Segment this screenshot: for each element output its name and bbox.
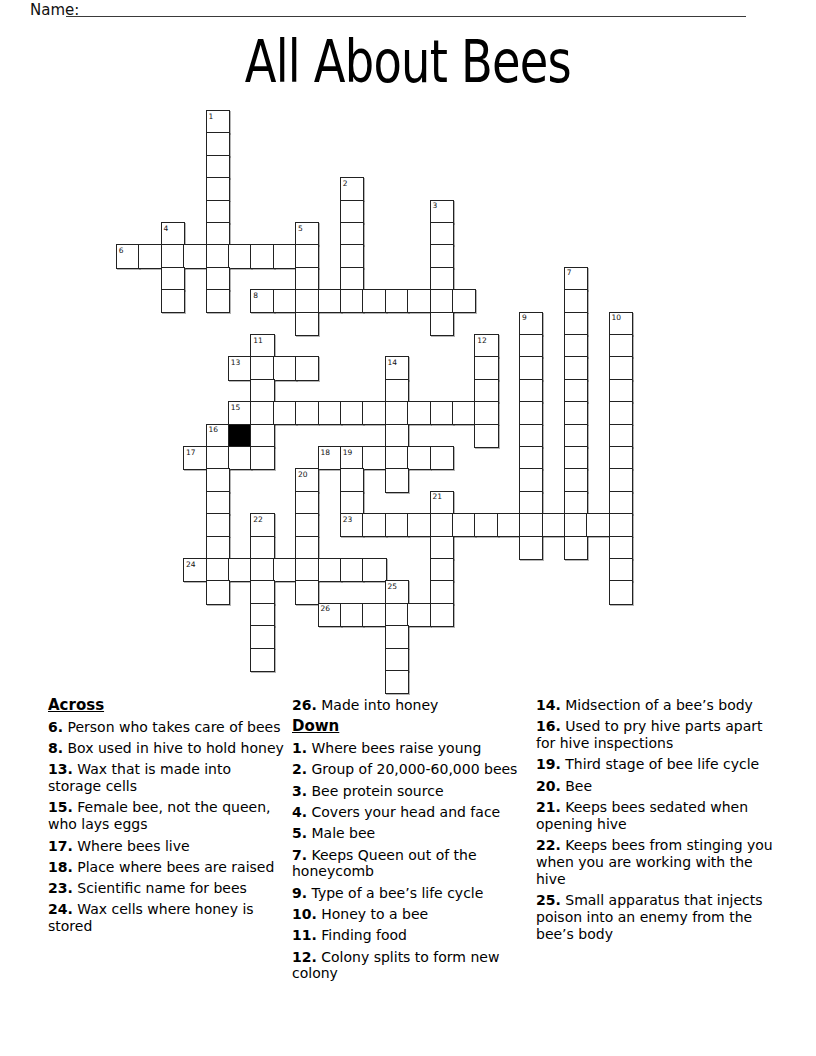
grid-cell[interactable] <box>228 401 252 425</box>
grid-cell[interactable] <box>407 289 431 313</box>
grid-cell[interactable] <box>318 289 342 313</box>
clue-down-16: 16. Used to pry hive parts apart for hiv… <box>536 718 778 752</box>
clue-list-header-down: Down <box>292 718 532 735</box>
clue-down-7: 7. Keeps Queen out of the honeycomb <box>292 847 532 881</box>
clue-down-12: 12. Colony splits to form new colony <box>292 949 532 983</box>
grid-cell[interactable] <box>430 491 454 515</box>
clue-down-2: 2. Group of 20,000-60,000 bees <box>292 761 532 778</box>
name-blank-line <box>66 0 746 17</box>
grid-cell[interactable] <box>250 648 274 672</box>
grid-cell[interactable] <box>564 513 588 537</box>
grid-cell[interactable] <box>228 446 252 470</box>
grid-cell[interactable] <box>161 222 185 246</box>
grid-cell[interactable] <box>206 155 230 179</box>
grid-cell[interactable] <box>318 603 342 627</box>
grid-cell[interactable] <box>385 424 409 448</box>
grid-cell[interactable] <box>206 244 230 268</box>
grid-cell[interactable] <box>452 401 476 425</box>
grid-cell[interactable] <box>385 648 409 672</box>
grid-cell[interactable] <box>497 513 521 537</box>
grid-cell[interactable] <box>519 312 543 336</box>
grid-cell[interactable] <box>250 334 274 358</box>
grid-cell[interactable] <box>273 289 297 313</box>
clue-across-17: 17. Where bees live <box>48 838 288 855</box>
grid-cell[interactable] <box>609 424 633 448</box>
grid-cell[interactable] <box>250 356 274 380</box>
grid-cell[interactable] <box>362 289 386 313</box>
grid-cell[interactable] <box>206 468 230 492</box>
grid-cell[interactable] <box>430 513 454 537</box>
grid-cell[interactable] <box>206 132 230 156</box>
clue-across-18: 18. Place where bees are raised <box>48 859 288 876</box>
grid-cell[interactable] <box>206 267 230 291</box>
grid-cell[interactable] <box>609 401 633 425</box>
grid-cell[interactable] <box>116 244 140 268</box>
grid-cell[interactable] <box>295 558 319 582</box>
grid-cell[interactable] <box>295 536 319 560</box>
grid-cell[interactable] <box>340 289 364 313</box>
clue-column-right: 14. Midsection of a bee’s body16. Used t… <box>536 697 778 947</box>
grid-cell[interactable] <box>407 603 431 627</box>
clue-column-middle: 26. Made into honeyDown1. Where bees rai… <box>292 697 532 987</box>
grid-cell[interactable] <box>295 468 319 492</box>
grid-cell[interactable] <box>206 424 230 448</box>
grid-cell[interactable] <box>228 558 252 582</box>
clue-column-across: Across6. Person who takes care of bees8.… <box>48 697 288 940</box>
grid-cell[interactable] <box>206 289 230 313</box>
grid-cell[interactable] <box>609 536 633 560</box>
crossword-board: 6813151718232426123457910111214161920212… <box>116 110 634 695</box>
grid-cell[interactable] <box>564 312 588 336</box>
page-title: All About Bees <box>0 28 816 96</box>
grid-cell[interactable] <box>430 200 454 224</box>
grid-cell[interactable] <box>385 401 409 425</box>
grid-cell[interactable] <box>340 267 364 291</box>
grid-cell[interactable] <box>385 513 409 537</box>
grid-cell[interactable] <box>430 289 454 313</box>
grid-cell[interactable] <box>430 603 454 627</box>
grid-cell[interactable] <box>564 289 588 313</box>
grid-cell[interactable] <box>340 446 364 470</box>
grid-cell[interactable] <box>430 222 454 246</box>
grid-cell[interactable] <box>206 558 230 582</box>
grid-cell[interactable] <box>564 356 588 380</box>
grid-cell[interactable] <box>161 289 185 313</box>
grid-cell[interactable] <box>250 625 274 649</box>
grid-cell[interactable] <box>519 446 543 470</box>
grid-cell[interactable] <box>474 334 498 358</box>
grid-cell[interactable] <box>295 267 319 291</box>
grid-cell[interactable] <box>340 513 364 537</box>
grid-cell[interactable] <box>385 670 409 694</box>
grid-cell[interactable] <box>609 468 633 492</box>
grid-cell[interactable] <box>407 446 431 470</box>
grid-cell[interactable] <box>318 558 342 582</box>
grid-cell[interactable] <box>250 401 274 425</box>
grid-cell[interactable] <box>250 289 274 313</box>
grid-cell[interactable] <box>295 222 319 246</box>
grid-cell[interactable] <box>206 222 230 246</box>
clue-across-15: 15. Female bee, not the queen, who lays … <box>48 799 288 833</box>
grid-cell[interactable] <box>385 446 409 470</box>
clue-list-header-across: Across <box>48 697 288 714</box>
grid-cell[interactable] <box>183 558 207 582</box>
grid-cell[interactable] <box>430 244 454 268</box>
grid-cell[interactable] <box>519 513 543 537</box>
grid-cell[interactable] <box>206 513 230 537</box>
grid-cell[interactable] <box>206 491 230 515</box>
grid-cell[interactable] <box>295 312 319 336</box>
grid-cell[interactable] <box>430 312 454 336</box>
grid-cell[interactable] <box>564 424 588 448</box>
clue-down-21: 21. Keeps bees sedated when opening hive <box>536 799 778 833</box>
grid-cell[interactable] <box>430 580 454 604</box>
grid-cell[interactable] <box>362 401 386 425</box>
grid-cell[interactable] <box>609 580 633 604</box>
grid-cell[interactable] <box>340 200 364 224</box>
grid-cell[interactable] <box>250 379 274 403</box>
grid-cell[interactable] <box>564 401 588 425</box>
grid-cell[interactable] <box>609 513 633 537</box>
grid-cell[interactable] <box>609 491 633 515</box>
grid-cell[interactable] <box>430 446 454 470</box>
grid-cell[interactable] <box>609 379 633 403</box>
grid-cell[interactable] <box>519 491 543 515</box>
grid-cell[interactable] <box>609 356 633 380</box>
grid-cell[interactable] <box>206 110 230 134</box>
grid-cell[interactable] <box>340 468 364 492</box>
grid-cell[interactable] <box>586 513 610 537</box>
grid-cell[interactable] <box>250 513 274 537</box>
grid-cell[interactable] <box>340 603 364 627</box>
grid-cell[interactable] <box>362 446 386 470</box>
grid-cell[interactable] <box>430 558 454 582</box>
grid-cell[interactable] <box>519 468 543 492</box>
grid-cell[interactable] <box>295 513 319 537</box>
grid-cell[interactable] <box>295 289 319 313</box>
clue-across-26: 26. Made into honey <box>292 697 532 714</box>
grid-cell[interactable] <box>206 200 230 224</box>
grid-cell[interactable] <box>138 244 162 268</box>
grid-cell[interactable] <box>206 177 230 201</box>
grid-cell[interactable] <box>340 177 364 201</box>
grid-cell[interactable] <box>206 580 230 604</box>
grid-cell[interactable] <box>609 312 633 336</box>
grid-cell[interactable] <box>519 424 543 448</box>
grid-cell[interactable] <box>407 513 431 537</box>
grid-cell[interactable] <box>564 267 588 291</box>
clue-across-23: 23. Scientific name for bees <box>48 880 288 897</box>
grid-cell[interactable] <box>430 536 454 560</box>
grid-cell[interactable] <box>474 379 498 403</box>
grid-cell[interactable] <box>273 558 297 582</box>
grid-cell[interactable] <box>318 401 342 425</box>
grid-cell[interactable] <box>362 558 386 582</box>
grid-cell[interactable] <box>228 244 252 268</box>
clue-down-5: 5. Male bee <box>292 825 532 842</box>
grid-cell[interactable] <box>385 580 409 604</box>
grid-cell[interactable] <box>474 513 498 537</box>
grid-cell[interactable] <box>452 289 476 313</box>
grid-cell[interactable] <box>340 401 364 425</box>
grid-cell[interactable] <box>340 558 364 582</box>
clue-across-8: 8. Box used in hive to hold honey <box>48 740 288 757</box>
grid-cell[interactable] <box>474 424 498 448</box>
grid-cell[interactable] <box>228 356 252 380</box>
grid-cell[interactable] <box>519 379 543 403</box>
grid-cell[interactable] <box>564 379 588 403</box>
grid-cell[interactable] <box>474 401 498 425</box>
grid-cell[interactable] <box>542 513 566 537</box>
grid-cell[interactable] <box>318 446 342 470</box>
grid-cell[interactable] <box>250 244 274 268</box>
clue-down-4: 4. Covers your head and face <box>292 804 532 821</box>
grid-cell[interactable] <box>385 603 409 627</box>
grid-cell[interactable] <box>295 356 319 380</box>
grid-cell[interactable] <box>609 334 633 358</box>
clue-down-1: 1. Where bees raise young <box>292 740 532 757</box>
grid-cell[interactable] <box>250 603 274 627</box>
clue-down-20: 20. Bee <box>536 778 778 795</box>
grid-cell[interactable] <box>183 446 207 470</box>
grid-cell[interactable] <box>609 446 633 470</box>
grid-cell[interactable] <box>340 222 364 246</box>
grid-cell[interactable] <box>564 491 588 515</box>
clue-down-14: 14. Midsection of a bee’s body <box>536 697 778 714</box>
grid-cell[interactable] <box>250 558 274 582</box>
grid-cell[interactable] <box>295 580 319 604</box>
grid-cell[interactable] <box>564 536 588 560</box>
grid-cell[interactable] <box>564 334 588 358</box>
clue-down-22: 22. Keeps bees from stinging you when yo… <box>536 837 778 887</box>
grid-cell[interactable] <box>430 401 454 425</box>
grid-cell[interactable] <box>250 536 274 560</box>
grid-cell[interactable] <box>250 424 274 448</box>
clue-down-25: 25. Small apparatus that injects poison … <box>536 892 778 942</box>
grid-cell[interactable] <box>206 446 230 470</box>
grid-cell[interactable] <box>385 625 409 649</box>
clue-down-19: 19. Third stage of bee life cycle <box>536 756 778 773</box>
grid-cell[interactable] <box>273 356 297 380</box>
grid-cell[interactable] <box>295 244 319 268</box>
grid-cell[interactable] <box>564 446 588 470</box>
grid-cell[interactable] <box>340 244 364 268</box>
grid-cell[interactable] <box>295 491 319 515</box>
grid-cell[interactable] <box>519 536 543 560</box>
grid-cell[interactable] <box>564 468 588 492</box>
black-cell <box>228 424 252 448</box>
grid-cell[interactable] <box>295 401 319 425</box>
grid-cell[interactable] <box>273 401 297 425</box>
grid-cell[interactable] <box>250 580 274 604</box>
grid-cell[interactable] <box>362 603 386 627</box>
grid-cell[interactable] <box>362 513 386 537</box>
clue-across-6: 6. Person who takes care of bees <box>48 719 288 736</box>
grid-cell[interactable] <box>206 536 230 560</box>
clue-down-11: 11. Finding food <box>292 927 532 944</box>
grid-cell[interactable] <box>385 468 409 492</box>
clue-down-9: 9. Type of a bee’s life cycle <box>292 885 532 902</box>
grid-cell[interactable] <box>430 267 454 291</box>
grid-cell[interactable] <box>452 513 476 537</box>
grid-cell[interactable] <box>161 244 185 268</box>
grid-cell[interactable] <box>519 401 543 425</box>
grid-cell[interactable] <box>519 334 543 358</box>
grid-cell[interactable] <box>519 356 543 380</box>
grid-cell[interactable] <box>385 379 409 403</box>
clue-down-10: 10. Honey to a bee <box>292 906 532 923</box>
grid-cell[interactable] <box>609 558 633 582</box>
clue-down-3: 3. Bee protein source <box>292 783 532 800</box>
grid-cell[interactable] <box>474 356 498 380</box>
grid-cell[interactable] <box>385 289 409 313</box>
grid-cell[interactable] <box>407 401 431 425</box>
grid-cell[interactable] <box>161 267 185 291</box>
clue-across-13: 13. Wax that is made into storage cells <box>48 761 288 795</box>
clue-across-24: 24. Wax cells where honey is stored <box>48 901 288 935</box>
grid-cell[interactable] <box>340 491 364 515</box>
grid-cell[interactable] <box>385 356 409 380</box>
grid-cell[interactable] <box>250 446 274 470</box>
grid-cell[interactable] <box>183 244 207 268</box>
grid-cell[interactable] <box>273 244 297 268</box>
